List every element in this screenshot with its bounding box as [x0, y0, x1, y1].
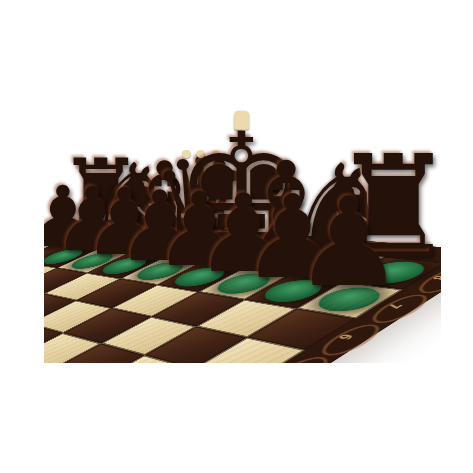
chessboard — [44, 229, 441, 363]
queen-crown-balls — [182, 150, 220, 158]
product-photo-canvas: 8765 ♜♞♝♛♚♝♞♜♟♟♟♟♟♟♟♟ — [0, 0, 473, 473]
photo-crop: 8765 ♜♞♝♛♚♝♞♜♟♟♟♟♟♟♟♟ — [44, 0, 441, 363]
board-frame: 8765 — [44, 219, 441, 363]
king-finial — [234, 111, 249, 130]
